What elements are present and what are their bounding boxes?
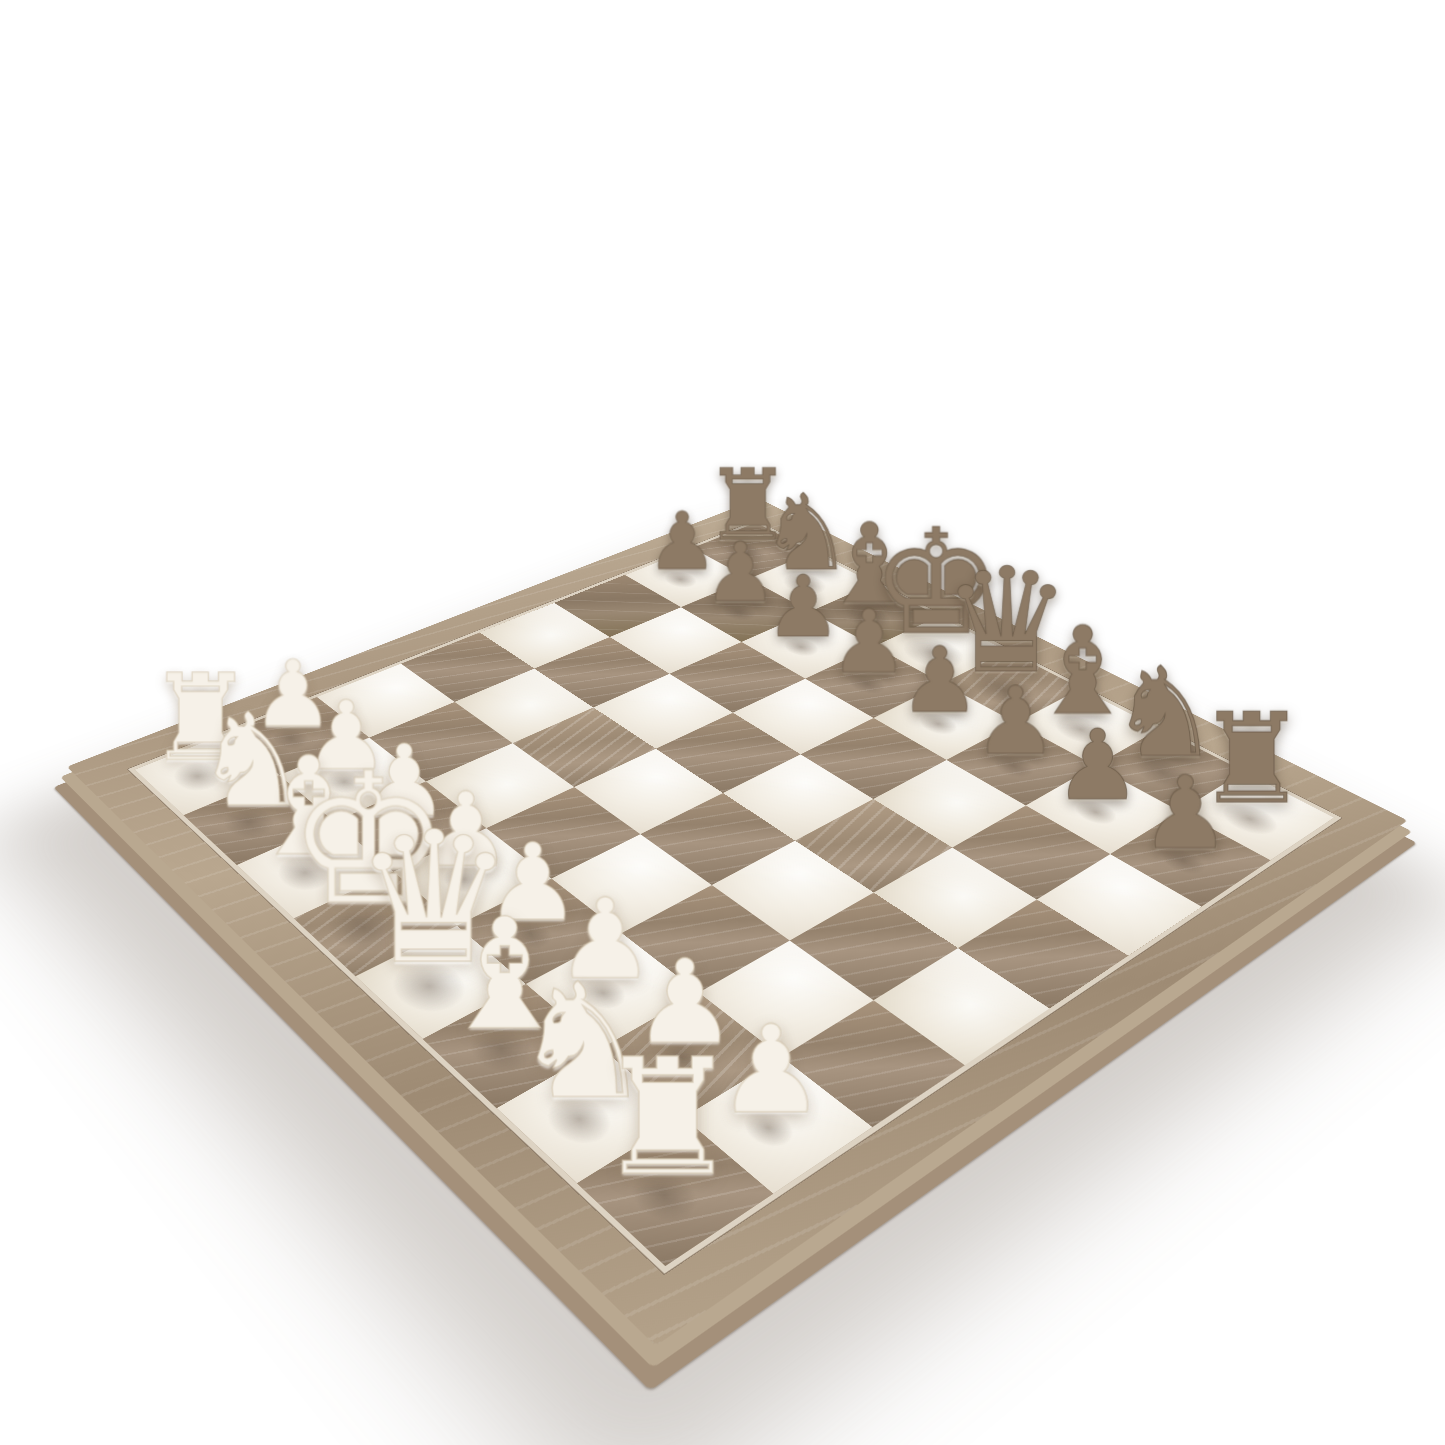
board-grid: ♜♞♝♚♛♝♞♜♟♟♟♟♟♟♟♟♟♟♟♟♟♟♟♟♜♞♝♚♛♝♞♜ [135, 523, 1335, 1266]
chess-board: ♜♞♝♚♛♝♞♜♟♟♟♟♟♟♟♟♟♟♟♟♟♟♟♟♜♞♝♚♛♝♞♜ [67, 498, 1408, 1346]
photo-backdrop: ♜♞♝♚♛♝♞♜♟♟♟♟♟♟♟♟♟♟♟♟♟♟♟♟♜♞♝♚♛♝♞♜ [0, 0, 1445, 1445]
